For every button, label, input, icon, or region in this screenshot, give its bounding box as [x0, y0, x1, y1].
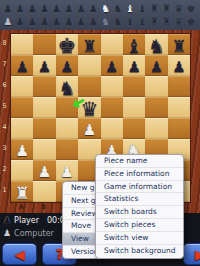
menu-item-statistics[interactable]: Statistics — [96, 193, 183, 206]
black-pawn-icon: ♟ — [3, 215, 11, 225]
piece-black-p-g7[interactable]: ♟ — [145, 57, 167, 78]
square-h6[interactable] — [168, 76, 190, 97]
piece-white-p-c2[interactable]: ♟ — [56, 162, 78, 183]
square-a2[interactable] — [11, 160, 33, 181]
back-arrow-icon: ◀ — [15, 247, 25, 262]
square-b3[interactable] — [33, 139, 55, 160]
tray-icon-p-7: ♟ — [75, 2, 87, 15]
piece-white-p-d4[interactable]: ♟ — [78, 120, 100, 141]
piece-black-p-c7[interactable]: ♟ — [56, 57, 78, 78]
tray-icon-k-16: ♚ — [185, 15, 197, 28]
menu-item-switch-background[interactable]: Switch background — [96, 245, 183, 258]
rank-label-4: 4 — [0, 117, 9, 138]
tray-icon-p-4: ♟ — [39, 2, 51, 15]
player-label: Player — [14, 216, 39, 225]
white-pawn-icon: ♟ — [3, 228, 11, 238]
menu-item-switch-boards[interactable]: Switch boards — [96, 206, 183, 219]
tray-icon-p-2: ♟ — [14, 2, 26, 15]
rank-label-8: 8 — [0, 33, 9, 54]
piece-black-r-d8[interactable]: ♜ — [78, 36, 100, 57]
computer-label: Computer — [14, 229, 54, 238]
tray-icon-b-12: ♝ — [136, 2, 148, 15]
tray-row-white-set: ♟♟♟♟♟♟♟♟♞♞♝♝♜♜♛♚ — [2, 2, 198, 15]
tray-icon-p-5: ♟ — [51, 2, 63, 15]
piece-black-p-h7[interactable]: ♟ — [168, 57, 190, 78]
file-label-B: B — [32, 202, 54, 213]
square-f4[interactable] — [123, 118, 145, 139]
rank-label-6: 6 — [0, 75, 9, 96]
square-g5[interactable] — [145, 97, 167, 118]
back-button[interactable]: ◀ — [2, 243, 37, 265]
square-g4[interactable] — [145, 118, 167, 139]
tray-icon-p-3: ♟ — [26, 2, 38, 15]
rank-label-3: 3 — [0, 138, 9, 159]
piece-white-p-b2[interactable]: ♟ — [33, 162, 55, 183]
tray-icon-b-12: ♝ — [136, 15, 148, 28]
captured-pieces-tray: ♟♟♟♟♟♟♟♟♞♞♝♝♜♜♛♚ ♟♟♟♟♟♟♟♟♞♞♝♝♜♜♛♚ — [0, 0, 200, 31]
tray-icon-p-3: ♟ — [26, 15, 38, 28]
tray-icon-p-6: ♟ — [63, 15, 75, 28]
menu-item-switch-view[interactable]: Switch view — [96, 232, 183, 245]
tray-icon-p-2: ♟ — [14, 15, 26, 28]
tray-icon-n-9: ♞ — [100, 2, 112, 15]
piece-white-r-a1[interactable]: ♜ — [11, 183, 33, 204]
rank-label-5: 5 — [0, 96, 9, 117]
square-e5[interactable] — [101, 97, 123, 118]
forward-arrow-icon: ▶ — [195, 247, 200, 262]
menu-item-piece-name[interactable]: Piece name — [96, 155, 183, 168]
piece-black-n-g8[interactable]: ♞ — [145, 36, 167, 57]
menu-item-switch-pieces[interactable]: Switch pieces — [96, 219, 183, 232]
menu-item-piece-information[interactable]: Piece information — [96, 168, 183, 181]
square-a6[interactable] — [11, 76, 33, 97]
piece-black-p-e7[interactable]: ♟ — [101, 57, 123, 78]
tray-icon-p-8: ♟ — [87, 2, 99, 15]
piece-black-p-a7[interactable]: ♟ — [11, 57, 33, 78]
square-h4[interactable] — [168, 118, 190, 139]
piece-black-b-f8[interactable]: ♝ — [123, 36, 145, 57]
menu-item-game-information[interactable]: Game information — [96, 181, 183, 194]
square-e6[interactable] — [101, 76, 123, 97]
tray-icon-p-7: ♟ — [75, 15, 87, 28]
piece-black-r-h8[interactable]: ♜ — [168, 36, 190, 57]
tray-icon-r-14: ♜ — [160, 2, 172, 15]
tray-row-black-set: ♟♟♟♟♟♟♟♟♞♞♝♝♜♜♛♚ — [2, 15, 198, 28]
tray-icon-p-5: ♟ — [51, 15, 63, 28]
view-submenu: Piece namePiece informationGame informat… — [95, 154, 184, 259]
square-a8[interactable] — [11, 34, 33, 55]
piece-black-n-c6[interactable]: ♞ — [56, 78, 78, 99]
chess-app-window: ♟♟♟♟♟♟♟♟♞♞♝♝♜♜♛♚ ♟♟♟♟♟♟♟♟♞♞♝♝♜♜♛♚ 876543… — [0, 0, 200, 266]
square-b1[interactable] — [33, 181, 55, 202]
tray-icon-r-13: ♜ — [148, 2, 160, 15]
tray-icon-q-15: ♛ — [173, 2, 185, 15]
tray-icon-p-1: ♟ — [2, 15, 14, 28]
tray-icon-r-13: ♜ — [148, 15, 160, 28]
rank-label-7: 7 — [0, 54, 9, 75]
square-b8[interactable] — [33, 34, 55, 55]
square-e8[interactable] — [101, 34, 123, 55]
square-e4[interactable] — [101, 118, 123, 139]
piece-black-k-c8[interactable]: ♚ — [56, 36, 78, 57]
tray-icon-p-8: ♟ — [87, 15, 99, 28]
tray-icon-n-9: ♞ — [100, 15, 112, 28]
square-f6[interactable] — [123, 76, 145, 97]
square-d7[interactable] — [78, 55, 100, 76]
tray-icon-q-15: ♛ — [173, 15, 185, 28]
square-c3[interactable] — [56, 139, 78, 160]
square-f5[interactable] — [123, 97, 145, 118]
tray-icon-n-10: ♞ — [112, 2, 124, 15]
tray-icon-b-11: ♝ — [124, 15, 136, 28]
square-b6[interactable] — [33, 76, 55, 97]
piece-black-p-f7[interactable]: ♟ — [123, 57, 145, 78]
tray-icon-k-16: ♚ — [185, 2, 197, 15]
square-c5[interactable] — [56, 97, 78, 118]
tray-icon-b-11: ♝ — [124, 2, 136, 15]
tray-icon-p-6: ♟ — [63, 2, 75, 15]
forward-button[interactable]: ▶ — [183, 243, 200, 265]
square-h5[interactable] — [168, 97, 190, 118]
square-a4[interactable] — [11, 118, 33, 139]
tray-icon-r-14: ♜ — [160, 15, 172, 28]
square-b4[interactable] — [33, 118, 55, 139]
square-a5[interactable] — [11, 97, 33, 118]
square-c4[interactable] — [56, 118, 78, 139]
piece-white-p-a3[interactable]: ♟ — [11, 141, 33, 162]
tray-icon-p-1: ♟ — [2, 2, 14, 15]
tray-icon-p-4: ♟ — [39, 15, 51, 28]
square-d6[interactable] — [78, 76, 100, 97]
rank-label-1: 1 — [0, 180, 9, 201]
square-g6[interactable] — [145, 76, 167, 97]
square-b5[interactable] — [33, 97, 55, 118]
rank-label-2: 2 — [0, 159, 9, 180]
tray-icon-n-10: ♞ — [112, 15, 124, 28]
piece-black-p-b7[interactable]: ♟ — [33, 57, 55, 78]
